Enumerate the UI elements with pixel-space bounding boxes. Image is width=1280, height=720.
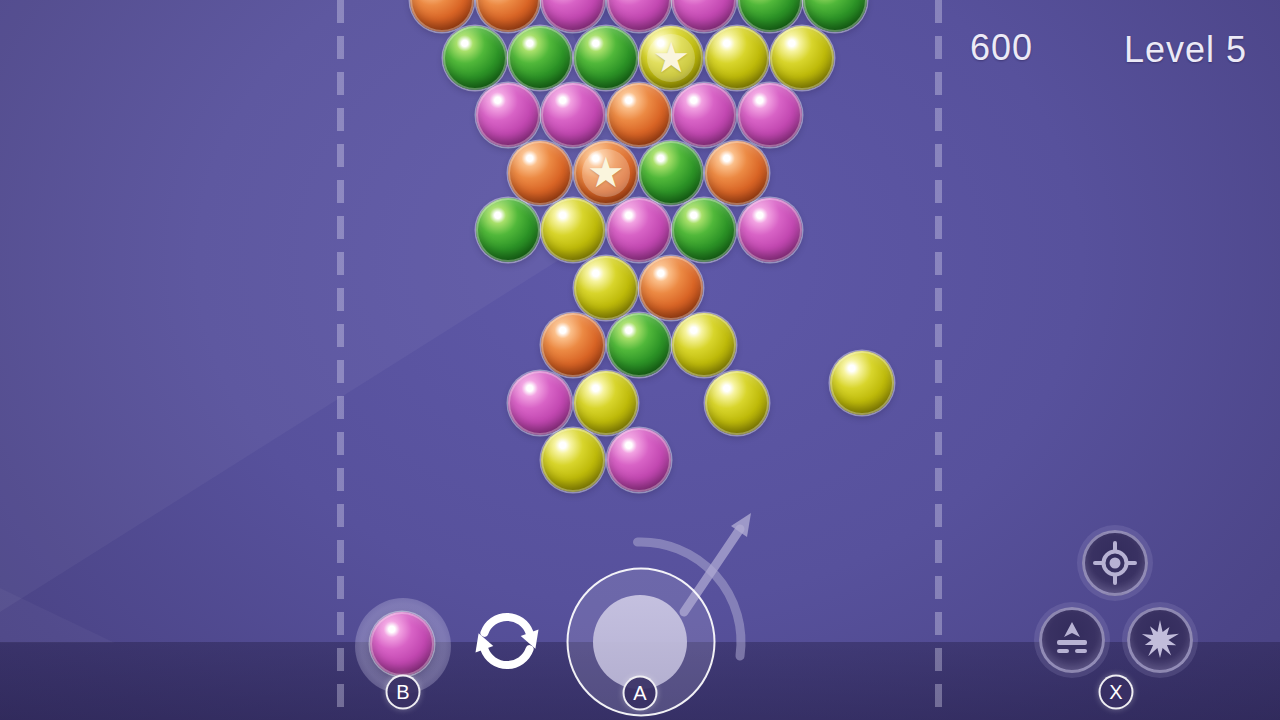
bubble-magenta xyxy=(738,83,802,147)
bubble-magenta xyxy=(607,198,671,262)
star-icon: ★ xyxy=(574,141,638,205)
play-area-left-boundary xyxy=(337,0,344,720)
bubble-yellow xyxy=(705,371,769,435)
bubble-orange xyxy=(541,313,605,377)
bubble-green xyxy=(574,26,638,90)
game-screen: 600 Level 5 ★★ A B xyxy=(0,0,1280,720)
loose-bubble-yellow xyxy=(830,351,894,415)
bubble-yellow xyxy=(672,313,736,377)
next-bubble-button-label: B xyxy=(396,681,409,704)
crosshair-icon xyxy=(1093,541,1137,585)
powerup-ceiling-drop-button[interactable] xyxy=(1039,607,1105,673)
bubble-magenta xyxy=(541,83,605,147)
shoot-button-badge[interactable]: A xyxy=(623,676,658,711)
bubble-green xyxy=(443,26,507,90)
bubble-yellow xyxy=(541,428,605,492)
bubble-yellow xyxy=(574,371,638,435)
starburst-icon xyxy=(1137,617,1183,663)
bubble-magenta xyxy=(607,428,671,492)
aim-arrow-head xyxy=(731,513,751,537)
powerup-badge-label: X xyxy=(1109,681,1122,704)
shoot-button-label: A xyxy=(633,682,646,705)
bubble-magenta xyxy=(672,83,736,147)
bubble-green xyxy=(508,26,572,90)
arrow-up-over-bar-icon xyxy=(1050,618,1094,662)
bubble-orange xyxy=(639,256,703,320)
play-area-right-boundary xyxy=(935,0,942,720)
powerup-bomb-button[interactable] xyxy=(1127,607,1193,673)
level-label: Level 5 xyxy=(1124,29,1247,71)
bubble-orange xyxy=(705,141,769,205)
bubble-magenta xyxy=(476,83,540,147)
next-bubble-button-badge[interactable]: B xyxy=(386,675,421,710)
bubble-green xyxy=(607,313,671,377)
powerup-aim-target-button[interactable] xyxy=(1082,530,1148,596)
next-bubble-magenta xyxy=(370,612,434,676)
score-value: 600 xyxy=(970,27,1033,69)
bubble-orange-star: ★ xyxy=(574,141,638,205)
bubble-orange xyxy=(607,83,671,147)
bubble-yellow-star: ★ xyxy=(639,26,703,90)
bubble-orange xyxy=(508,141,572,205)
bubble-green xyxy=(672,198,736,262)
star-icon: ★ xyxy=(639,26,703,90)
bubble-yellow xyxy=(541,198,605,262)
powerup-button-badge[interactable]: X xyxy=(1099,675,1134,710)
bubble-yellow xyxy=(574,256,638,320)
bubble-green xyxy=(639,141,703,205)
bubble-yellow xyxy=(770,26,834,90)
bubble-magenta xyxy=(508,371,572,435)
bubble-magenta xyxy=(738,198,802,262)
bubble-green xyxy=(476,198,540,262)
bubble-yellow xyxy=(705,26,769,90)
